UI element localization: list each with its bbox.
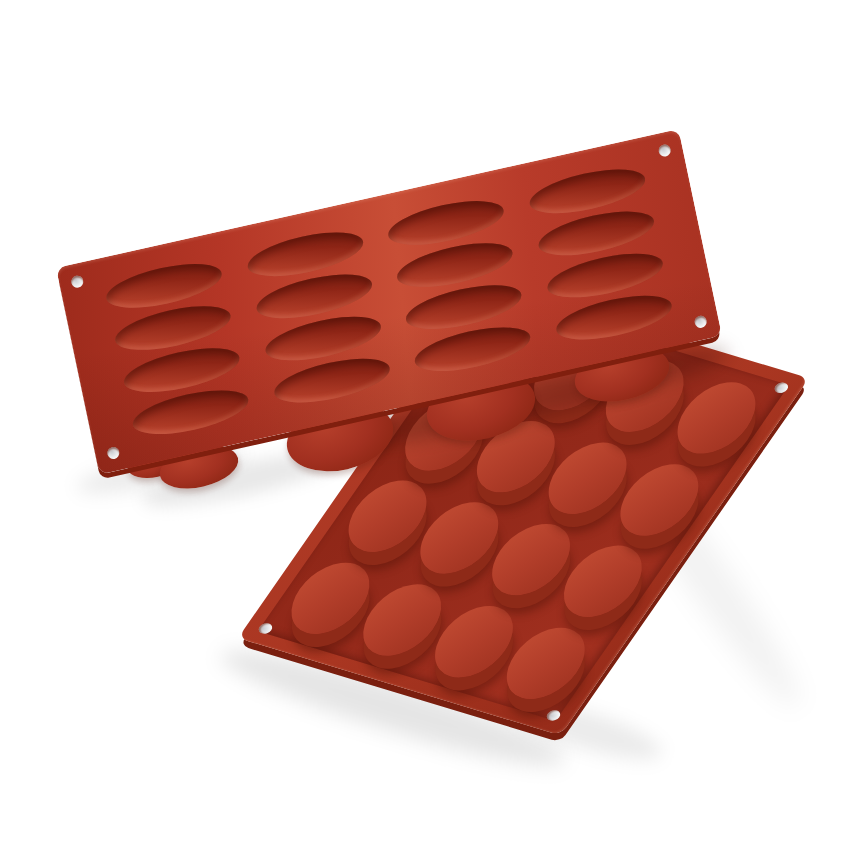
product-photo xyxy=(0,0,850,850)
corner-hanging-hole xyxy=(106,446,120,460)
corner-hanging-hole xyxy=(658,143,672,157)
corner-hanging-hole xyxy=(70,275,84,289)
corner-hanging-hole xyxy=(694,315,708,329)
oval-cavity-grid xyxy=(56,129,678,268)
